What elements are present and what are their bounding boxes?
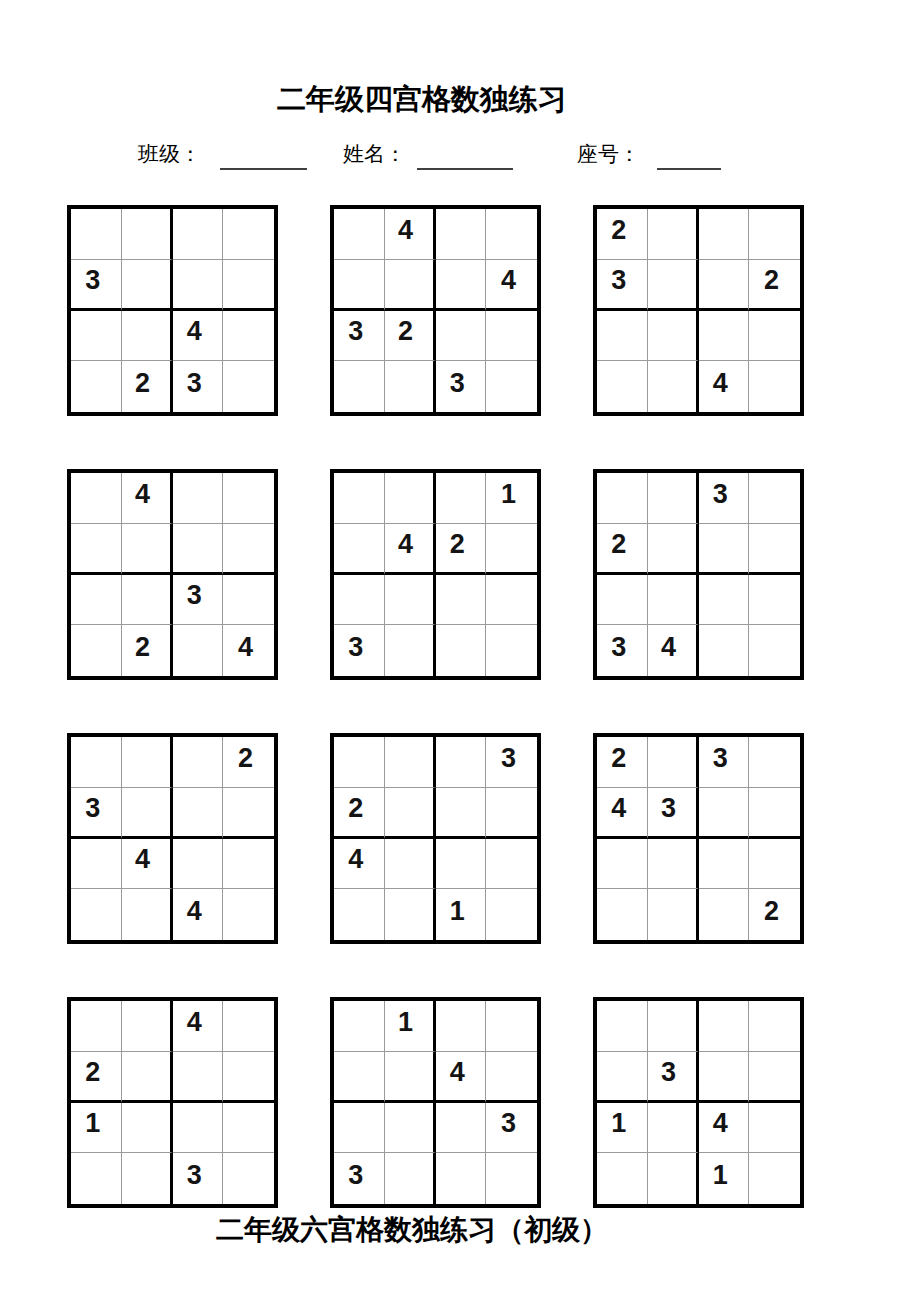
sudoku12-cell-r2c3-empty[interactable] — [699, 1052, 750, 1103]
sudoku2-cell-r3c4-empty[interactable] — [486, 311, 537, 362]
sudoku5-cell-r1c3-empty[interactable] — [436, 473, 487, 524]
sudoku11-cell-r2c3-given: 4 — [436, 1052, 487, 1103]
sudoku4-cell-r1c4-empty[interactable] — [223, 473, 274, 524]
sudoku4-cell-r2c3-empty[interactable] — [173, 524, 224, 575]
sudoku6-cell-r4c4-empty[interactable] — [749, 625, 800, 676]
sudoku8-cell-r2c4-empty[interactable] — [486, 788, 537, 839]
sudoku5-cell-r4c3-empty[interactable] — [436, 625, 487, 676]
sudoku9-cell-r1c4-empty[interactable] — [749, 737, 800, 788]
sudoku1-cell-r1c4-empty[interactable] — [223, 209, 274, 260]
sudoku7-cell-r4c1-empty[interactable] — [71, 889, 122, 940]
sudoku12-cell-r3c2-empty[interactable] — [648, 1103, 699, 1154]
sudoku1-cell-r4c1-empty[interactable] — [71, 361, 122, 412]
sudoku10-cell-r4c1-empty[interactable] — [71, 1153, 122, 1204]
sudoku8-cell-r4c3-given: 1 — [436, 889, 487, 940]
sudoku1-cell-r2c3-empty[interactable] — [173, 260, 224, 311]
sudoku11-cell-r3c1-empty[interactable] — [334, 1103, 385, 1154]
sudoku1-cell-r1c1-empty[interactable] — [71, 209, 122, 260]
sudoku9-cell-r4c3-empty[interactable] — [699, 889, 750, 940]
sudoku8-cell-r1c1-empty[interactable] — [334, 737, 385, 788]
sudoku2-cell-r2c3-empty[interactable] — [436, 260, 487, 311]
sudoku11-cell-r4c3-empty[interactable] — [436, 1153, 487, 1204]
sudoku7-cell-r3c2-given: 4 — [122, 839, 173, 890]
sudoku9-cell-r2c4-empty[interactable] — [749, 788, 800, 839]
sudoku11-cell-r3c4-given: 3 — [486, 1103, 537, 1154]
sudoku8-cell-r3c4-empty[interactable] — [486, 839, 537, 890]
sudoku2-cell-r3c2-given: 2 — [385, 311, 436, 362]
sudoku4-cell-r1c2-given: 4 — [122, 473, 173, 524]
sudoku6-cell-r3c4-empty[interactable] — [749, 575, 800, 626]
sudoku9-cell-r4c1-empty[interactable] — [597, 889, 648, 940]
sudoku4-cell-r3c1-empty[interactable] — [71, 575, 122, 626]
sudoku10-cell-r2c1-given: 2 — [71, 1052, 122, 1103]
sudoku5-cell-r2c2-given: 4 — [385, 524, 436, 575]
sudoku1-cell-r3c4-empty[interactable] — [223, 311, 274, 362]
sudoku1-cell-r3c2-empty[interactable] — [122, 311, 173, 362]
sudoku1-cell-r2c2-empty[interactable] — [122, 260, 173, 311]
sudoku1-cell-r4c2-given: 2 — [122, 361, 173, 412]
sudoku12-cell-r4c1-empty[interactable] — [597, 1153, 648, 1204]
page-title: 二年级四宫格数独练习 — [277, 84, 567, 116]
sudoku12-cell-r3c4-empty[interactable] — [749, 1103, 800, 1154]
sudoku4-cell-r2c2-empty[interactable] — [122, 524, 173, 575]
sudoku2-cell-r4c2-empty[interactable] — [385, 361, 436, 412]
sudoku5-cell-r3c3-empty[interactable] — [436, 575, 487, 626]
sudoku-board-9: 23432 — [593, 733, 804, 944]
sudoku3-cell-r1c4-empty[interactable] — [749, 209, 800, 260]
sudoku3-cell-r1c2-empty[interactable] — [648, 209, 699, 260]
sudoku7-cell-r4c4-empty[interactable] — [223, 889, 274, 940]
sudoku7-cell-r2c2-empty[interactable] — [122, 788, 173, 839]
sudoku9-cell-r2c2-given: 3 — [648, 788, 699, 839]
sudoku-board-10: 4213 — [67, 997, 278, 1208]
sudoku11-cell-r4c2-empty[interactable] — [385, 1153, 436, 1204]
sudoku7-cell-r2c1-given: 3 — [71, 788, 122, 839]
sudoku8-cell-r3c1-given: 4 — [334, 839, 385, 890]
sudoku6-cell-r4c3-empty[interactable] — [699, 625, 750, 676]
sudoku10-cell-r3c3-empty[interactable] — [173, 1103, 224, 1154]
sudoku3-cell-r3c3-empty[interactable] — [699, 311, 750, 362]
sudoku3-cell-r2c3-empty[interactable] — [699, 260, 750, 311]
sudoku11-cell-r1c4-empty[interactable] — [486, 1001, 537, 1052]
sudoku-board-1: 3423 — [67, 205, 278, 416]
sudoku10-cell-r1c1-empty[interactable] — [71, 1001, 122, 1052]
sudoku3-cell-r2c2-empty[interactable] — [648, 260, 699, 311]
sudoku4-cell-r1c1-empty[interactable] — [71, 473, 122, 524]
sudoku12-cell-r1c2-empty[interactable] — [648, 1001, 699, 1052]
sudoku6-cell-r3c3-empty[interactable] — [699, 575, 750, 626]
sudoku6-cell-r1c3-given: 3 — [699, 473, 750, 524]
sudoku2-cell-r4c1-empty[interactable] — [334, 361, 385, 412]
sudoku5-cell-r3c2-empty[interactable] — [385, 575, 436, 626]
sudoku7-cell-r2c3-empty[interactable] — [173, 788, 224, 839]
sudoku5-cell-r1c2-empty[interactable] — [385, 473, 436, 524]
sudoku12-cell-r1c4-empty[interactable] — [749, 1001, 800, 1052]
sudoku8-cell-r2c3-empty[interactable] — [436, 788, 487, 839]
sudoku6-cell-r1c1-empty[interactable] — [597, 473, 648, 524]
sudoku6-cell-r1c2-empty[interactable] — [648, 473, 699, 524]
sudoku8-cell-r3c2-empty[interactable] — [385, 839, 436, 890]
sudoku6-cell-r2c4-empty[interactable] — [749, 524, 800, 575]
sudoku8-cell-r4c1-empty[interactable] — [334, 889, 385, 940]
sudoku12-cell-r4c2-empty[interactable] — [648, 1153, 699, 1204]
sudoku10-cell-r2c2-empty[interactable] — [122, 1052, 173, 1103]
sudoku3-cell-r3c2-empty[interactable] — [648, 311, 699, 362]
seat-blank-field[interactable] — [657, 144, 721, 170]
sudoku11-cell-r1c2-given: 1 — [385, 1001, 436, 1052]
seat-label: 座号： — [577, 143, 640, 165]
sudoku8-cell-r4c2-empty[interactable] — [385, 889, 436, 940]
sudoku6-cell-r2c1-given: 2 — [597, 524, 648, 575]
sudoku3-cell-r2c4-given: 2 — [749, 260, 800, 311]
sudoku9-cell-r1c3-given: 3 — [699, 737, 750, 788]
sudoku1-cell-r2c1-given: 3 — [71, 260, 122, 311]
sudoku7-cell-r2c4-empty[interactable] — [223, 788, 274, 839]
sudoku6-cell-r3c1-empty[interactable] — [597, 575, 648, 626]
sudoku8-cell-r4c4-empty[interactable] — [486, 889, 537, 940]
sudoku3-cell-r4c4-empty[interactable] — [749, 361, 800, 412]
sudoku10-cell-r3c1-given: 1 — [71, 1103, 122, 1154]
footer-title: 二年级六宫格数独练习（初级） — [216, 1214, 608, 1246]
sudoku1-cell-r3c1-empty[interactable] — [71, 311, 122, 362]
sudoku2-cell-r1c3-empty[interactable] — [436, 209, 487, 260]
sudoku9-cell-r3c3-empty[interactable] — [699, 839, 750, 890]
sudoku10-cell-r3c4-empty[interactable] — [223, 1103, 274, 1154]
sudoku8-cell-r2c2-empty[interactable] — [385, 788, 436, 839]
sudoku12-cell-r3c3-given: 4 — [699, 1103, 750, 1154]
sudoku11-cell-r2c2-empty[interactable] — [385, 1052, 436, 1103]
sudoku2-cell-r2c2-empty[interactable] — [385, 260, 436, 311]
sudoku6-cell-r4c2-given: 4 — [648, 625, 699, 676]
sudoku5-cell-r4c4-empty[interactable] — [486, 625, 537, 676]
sudoku-board-5: 1423 — [330, 469, 541, 680]
sudoku9-cell-r4c2-empty[interactable] — [648, 889, 699, 940]
sudoku1-cell-r1c3-empty[interactable] — [173, 209, 224, 260]
class-label: 班级： — [138, 143, 201, 165]
sudoku11-cell-r2c1-empty[interactable] — [334, 1052, 385, 1103]
sudoku9-cell-r2c3-empty[interactable] — [699, 788, 750, 839]
sudoku12-cell-r1c3-empty[interactable] — [699, 1001, 750, 1052]
name-label: 姓名： — [343, 143, 406, 165]
sudoku11-cell-r4c4-empty[interactable] — [486, 1153, 537, 1204]
sudoku4-cell-r3c2-empty[interactable] — [122, 575, 173, 626]
sudoku5-cell-r1c4-given: 1 — [486, 473, 537, 524]
sudoku-board-11: 1433 — [330, 997, 541, 1208]
sudoku2-cell-r1c1-empty[interactable] — [334, 209, 385, 260]
sudoku11-cell-r1c3-empty[interactable] — [436, 1001, 487, 1052]
sudoku9-cell-r3c1-empty[interactable] — [597, 839, 648, 890]
sudoku7-cell-r3c4-empty[interactable] — [223, 839, 274, 890]
sudoku12-cell-r2c2-given: 3 — [648, 1052, 699, 1103]
sudoku7-cell-r4c2-empty[interactable] — [122, 889, 173, 940]
sudoku6-cell-r1c4-empty[interactable] — [749, 473, 800, 524]
sudoku11-cell-r3c2-empty[interactable] — [385, 1103, 436, 1154]
sudoku4-cell-r4c3-empty[interactable] — [173, 625, 224, 676]
sudoku8-cell-r1c3-empty[interactable] — [436, 737, 487, 788]
sudoku3-cell-r4c2-empty[interactable] — [648, 361, 699, 412]
sudoku10-cell-r4c2-empty[interactable] — [122, 1153, 173, 1204]
sudoku10-cell-r2c3-empty[interactable] — [173, 1052, 224, 1103]
sudoku7-cell-r1c3-empty[interactable] — [173, 737, 224, 788]
name-blank-field[interactable] — [417, 144, 513, 170]
sudoku10-cell-r2c4-empty[interactable] — [223, 1052, 274, 1103]
puzzle-grid-container: 3423443232324432414233234234432412343242… — [67, 205, 804, 1208]
sudoku1-cell-r3c3-given: 4 — [173, 311, 224, 362]
sudoku1-cell-r4c4-empty[interactable] — [223, 361, 274, 412]
sudoku6-cell-r3c2-empty[interactable] — [648, 575, 699, 626]
sudoku3-cell-r4c3-given: 4 — [699, 361, 750, 412]
sudoku-board-2: 44323 — [330, 205, 541, 416]
sudoku5-cell-r1c1-empty[interactable] — [334, 473, 385, 524]
sudoku7-cell-r3c3-empty[interactable] — [173, 839, 224, 890]
sudoku9-cell-r1c2-empty[interactable] — [648, 737, 699, 788]
sudoku3-cell-r3c4-empty[interactable] — [749, 311, 800, 362]
sudoku7-cell-r1c2-empty[interactable] — [122, 737, 173, 788]
sudoku6-cell-r4c1-given: 3 — [597, 625, 648, 676]
sudoku4-cell-r3c3-given: 3 — [173, 575, 224, 626]
sudoku7-cell-r3c1-empty[interactable] — [71, 839, 122, 890]
sudoku3-cell-r1c1-given: 2 — [597, 209, 648, 260]
sudoku12-cell-r2c1-empty[interactable] — [597, 1052, 648, 1103]
sudoku12-cell-r4c4-empty[interactable] — [749, 1153, 800, 1204]
sudoku6-cell-r2c2-empty[interactable] — [648, 524, 699, 575]
sudoku-board-6: 3234 — [593, 469, 804, 680]
sudoku2-cell-r3c1-given: 3 — [334, 311, 385, 362]
sudoku5-cell-r4c1-given: 3 — [334, 625, 385, 676]
sudoku1-cell-r1c2-empty[interactable] — [122, 209, 173, 260]
sudoku11-cell-r1c1-empty[interactable] — [334, 1001, 385, 1052]
sudoku9-cell-r3c2-empty[interactable] — [648, 839, 699, 890]
sudoku2-cell-r1c2-given: 4 — [385, 209, 436, 260]
sudoku9-cell-r4c4-given: 2 — [749, 889, 800, 940]
sudoku-board-8: 3241 — [330, 733, 541, 944]
sudoku4-cell-r4c1-empty[interactable] — [71, 625, 122, 676]
sudoku10-cell-r4c4-empty[interactable] — [223, 1153, 274, 1204]
class-blank-field[interactable] — [220, 144, 307, 170]
sudoku10-cell-r1c2-empty[interactable] — [122, 1001, 173, 1052]
sudoku9-cell-r3c4-empty[interactable] — [749, 839, 800, 890]
sudoku2-cell-r1c4-empty[interactable] — [486, 209, 537, 260]
sudoku5-cell-r2c4-empty[interactable] — [486, 524, 537, 575]
sudoku5-cell-r3c1-empty[interactable] — [334, 575, 385, 626]
sudoku5-cell-r4c2-empty[interactable] — [385, 625, 436, 676]
sudoku4-cell-r2c4-empty[interactable] — [223, 524, 274, 575]
sudoku12-cell-r1c1-empty[interactable] — [597, 1001, 648, 1052]
sudoku2-cell-r3c3-empty[interactable] — [436, 311, 487, 362]
sudoku12-cell-r4c3-given: 1 — [699, 1153, 750, 1204]
sudoku3-cell-r3c1-empty[interactable] — [597, 311, 648, 362]
sudoku7-cell-r1c1-empty[interactable] — [71, 737, 122, 788]
sudoku11-cell-r3c3-empty[interactable] — [436, 1103, 487, 1154]
sudoku10-cell-r3c2-empty[interactable] — [122, 1103, 173, 1154]
sudoku6-cell-r2c3-empty[interactable] — [699, 524, 750, 575]
sudoku4-cell-r4c4-given: 4 — [223, 625, 274, 676]
sudoku8-cell-r1c2-empty[interactable] — [385, 737, 436, 788]
sudoku2-cell-r4c4-empty[interactable] — [486, 361, 537, 412]
sudoku8-cell-r2c1-given: 2 — [334, 788, 385, 839]
sudoku7-cell-r4c3-given: 4 — [173, 889, 224, 940]
sudoku-board-12: 3141 — [593, 997, 804, 1208]
sudoku8-cell-r3c3-empty[interactable] — [436, 839, 487, 890]
sudoku4-cell-r2c1-empty[interactable] — [71, 524, 122, 575]
sudoku10-cell-r1c4-empty[interactable] — [223, 1001, 274, 1052]
sudoku10-cell-r1c3-given: 4 — [173, 1001, 224, 1052]
sudoku-board-4: 4324 — [67, 469, 278, 680]
sudoku11-cell-r2c4-empty[interactable] — [486, 1052, 537, 1103]
sudoku12-cell-r3c1-given: 1 — [597, 1103, 648, 1154]
sudoku-board-7: 2344 — [67, 733, 278, 944]
sudoku8-cell-r1c4-given: 3 — [486, 737, 537, 788]
sudoku9-cell-r1c1-given: 2 — [597, 737, 648, 788]
sudoku3-cell-r1c3-empty[interactable] — [699, 209, 750, 260]
sudoku4-cell-r3c4-empty[interactable] — [223, 575, 274, 626]
sudoku2-cell-r2c4-given: 4 — [486, 260, 537, 311]
sudoku2-cell-r4c3-given: 3 — [436, 361, 487, 412]
sudoku7-cell-r1c4-given: 2 — [223, 737, 274, 788]
sudoku1-cell-r2c4-empty[interactable] — [223, 260, 274, 311]
sudoku2-cell-r2c1-empty[interactable] — [334, 260, 385, 311]
sudoku5-cell-r2c3-given: 2 — [436, 524, 487, 575]
sudoku-board-3: 2324 — [593, 205, 804, 416]
sudoku5-cell-r3c4-empty[interactable] — [486, 575, 537, 626]
sudoku3-cell-r4c1-empty[interactable] — [597, 361, 648, 412]
sudoku4-cell-r4c2-given: 2 — [122, 625, 173, 676]
sudoku3-cell-r2c1-given: 3 — [597, 260, 648, 311]
sudoku9-cell-r2c1-given: 4 — [597, 788, 648, 839]
sudoku10-cell-r4c3-given: 3 — [173, 1153, 224, 1204]
sudoku12-cell-r2c4-empty[interactable] — [749, 1052, 800, 1103]
sudoku4-cell-r1c3-empty[interactable] — [173, 473, 224, 524]
sudoku1-cell-r4c3-given: 3 — [173, 361, 224, 412]
sudoku5-cell-r2c1-empty[interactable] — [334, 524, 385, 575]
sudoku11-cell-r4c1-given: 3 — [334, 1153, 385, 1204]
